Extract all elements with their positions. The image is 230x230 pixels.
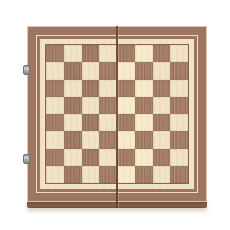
square-b5[interactable] — [64, 97, 82, 114]
square-h8[interactable] — [170, 45, 188, 62]
chessboard — [27, 26, 207, 208]
square-b8[interactable] — [64, 45, 82, 62]
square-e5[interactable] — [117, 97, 135, 114]
square-g3[interactable] — [153, 131, 171, 148]
square-e8[interactable] — [117, 45, 135, 62]
fold-seam — [116, 26, 118, 208]
square-d8[interactable] — [99, 45, 117, 62]
square-f5[interactable] — [135, 97, 153, 114]
square-g5[interactable] — [153, 97, 171, 114]
square-f8[interactable] — [135, 45, 153, 62]
square-h3[interactable] — [170, 131, 188, 148]
square-e6[interactable] — [117, 80, 135, 97]
square-a7[interactable] — [46, 62, 64, 79]
square-c7[interactable] — [82, 62, 100, 79]
square-h4[interactable] — [170, 114, 188, 131]
square-b1[interactable] — [64, 166, 82, 183]
square-b6[interactable] — [64, 80, 82, 97]
square-d3[interactable] — [99, 131, 117, 148]
square-a2[interactable] — [46, 149, 64, 166]
square-g7[interactable] — [153, 62, 171, 79]
square-e3[interactable] — [117, 131, 135, 148]
square-a1[interactable] — [46, 166, 64, 183]
square-f2[interactable] — [135, 149, 153, 166]
square-a4[interactable] — [46, 114, 64, 131]
square-b4[interactable] — [64, 114, 82, 131]
square-d1[interactable] — [99, 166, 117, 183]
square-b7[interactable] — [64, 62, 82, 79]
square-h7[interactable] — [170, 62, 188, 79]
square-b3[interactable] — [64, 131, 82, 148]
square-d7[interactable] — [99, 62, 117, 79]
square-h6[interactable] — [170, 80, 188, 97]
square-f4[interactable] — [135, 114, 153, 131]
square-f7[interactable] — [135, 62, 153, 79]
square-b2[interactable] — [64, 149, 82, 166]
square-h1[interactable] — [170, 166, 188, 183]
square-g6[interactable] — [153, 80, 171, 97]
square-f3[interactable] — [135, 131, 153, 148]
square-e2[interactable] — [117, 149, 135, 166]
square-e7[interactable] — [117, 62, 135, 79]
square-c3[interactable] — [82, 131, 100, 148]
square-a5[interactable] — [46, 97, 64, 114]
square-a3[interactable] — [46, 131, 64, 148]
square-c4[interactable] — [82, 114, 100, 131]
square-e1[interactable] — [117, 166, 135, 183]
square-g8[interactable] — [153, 45, 171, 62]
square-h2[interactable] — [170, 149, 188, 166]
photo-background — [0, 0, 230, 230]
square-e4[interactable] — [117, 114, 135, 131]
square-a8[interactable] — [46, 45, 64, 62]
square-c5[interactable] — [82, 97, 100, 114]
square-d6[interactable] — [99, 80, 117, 97]
square-g1[interactable] — [153, 166, 171, 183]
square-c1[interactable] — [82, 166, 100, 183]
square-c8[interactable] — [82, 45, 100, 62]
square-h5[interactable] — [170, 97, 188, 114]
square-a6[interactable] — [46, 80, 64, 97]
square-c2[interactable] — [82, 149, 100, 166]
square-g2[interactable] — [153, 149, 171, 166]
square-d2[interactable] — [99, 149, 117, 166]
square-f6[interactable] — [135, 80, 153, 97]
square-f1[interactable] — [135, 166, 153, 183]
square-c6[interactable] — [82, 80, 100, 97]
hinge-icon-lower — [23, 154, 30, 164]
square-g4[interactable] — [153, 114, 171, 131]
square-d5[interactable] — [99, 97, 117, 114]
square-d4[interactable] — [99, 114, 117, 131]
hinge-icon-upper — [23, 65, 30, 75]
